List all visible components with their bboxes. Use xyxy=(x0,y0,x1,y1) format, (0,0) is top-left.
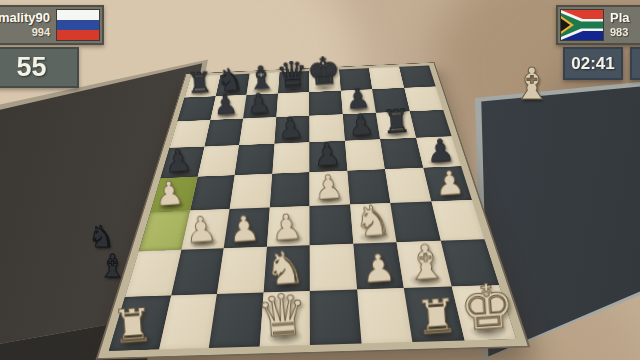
russia-flag-stripes xyxy=(57,10,99,40)
square-f3[interactable]: ♞ xyxy=(350,203,397,244)
piece-black-queen-d8[interactable]: ♛ xyxy=(275,56,309,93)
piece-white-pawn-c3[interactable]: ♟ xyxy=(227,211,261,248)
square-g8[interactable] xyxy=(369,67,404,89)
player-name-left: mality90 xyxy=(0,10,50,25)
square-b5[interactable] xyxy=(197,145,239,176)
piece-black-pawn-c7[interactable]: ♟ xyxy=(246,89,272,118)
square-e1[interactable] xyxy=(310,290,361,345)
piece-black-rook-a8[interactable]: ♜ xyxy=(185,67,212,97)
piece-white-pawn-e4[interactable]: ♟ xyxy=(313,171,345,206)
piece-black-king-e8[interactable]: ♚ xyxy=(305,52,341,92)
square-b6[interactable] xyxy=(204,118,243,146)
square-f2[interactable]: ♟ xyxy=(353,242,404,289)
piece-black-pawn-e5[interactable]: ♟ xyxy=(312,139,342,171)
player-rating-right: 983 xyxy=(610,26,628,38)
piece-white-rook-g1[interactable]: ♜ xyxy=(414,292,459,342)
piece-black-pawn-b7[interactable]: ♟ xyxy=(213,91,239,120)
piece-white-king-h1[interactable]: ♚ xyxy=(458,275,518,341)
square-g2[interactable]: ♝ xyxy=(397,241,452,288)
piece-white-queen-d1[interactable]: ♛ xyxy=(255,285,310,346)
square-b3[interactable]: ♟ xyxy=(181,209,230,250)
clock-right: 02:41 xyxy=(563,47,623,80)
square-e8[interactable]: ♚ xyxy=(309,70,341,93)
russia-flag-icon xyxy=(56,9,100,41)
piece-white-pawn-b3[interactable]: ♟ xyxy=(184,212,218,249)
square-c5[interactable] xyxy=(235,144,275,175)
square-e2[interactable] xyxy=(310,244,357,291)
piece-white-knight-f3[interactable]: ♞ xyxy=(353,199,394,244)
square-f5[interactable] xyxy=(345,139,385,170)
south-africa-flag-icon xyxy=(560,9,604,41)
square-b7[interactable]: ♟ xyxy=(210,95,246,120)
square-f6[interactable]: ♟ xyxy=(342,113,380,141)
player-rating-left: 994 xyxy=(32,26,50,38)
piece-black-pawn-d6[interactable]: ♟ xyxy=(277,113,305,143)
square-e7[interactable] xyxy=(309,91,342,116)
square-d4[interactable] xyxy=(269,172,309,208)
piece-white-rook-a1[interactable]: ♜ xyxy=(110,301,154,350)
square-h1[interactable]: ♚ xyxy=(451,285,516,340)
square-d5[interactable] xyxy=(272,142,309,173)
square-h4[interactable]: ♟ xyxy=(423,166,472,202)
board-scene: ♜♞♝♛♚♟♟♟♟♟♜♟♟♟♟♟♟♟♟♟♞♞♟♝♜♛♜♚ xyxy=(52,0,525,360)
square-a4[interactable]: ♟ xyxy=(150,176,197,212)
piece-white-pawn-a4[interactable]: ♟ xyxy=(153,177,184,211)
square-g1[interactable]: ♜ xyxy=(404,287,464,342)
piece-black-pawn-h5[interactable]: ♟ xyxy=(426,134,456,167)
captured-white-bishop: ♝ xyxy=(512,62,551,106)
square-h8[interactable] xyxy=(399,65,436,87)
square-e3[interactable] xyxy=(310,205,353,246)
piece-black-pawn-f6[interactable]: ♟ xyxy=(347,109,375,140)
piece-white-pawn-f2[interactable]: ♟ xyxy=(360,248,397,289)
square-c7[interactable]: ♟ xyxy=(243,93,278,118)
square-f1[interactable] xyxy=(357,288,413,343)
piece-black-pawn-a5[interactable]: ♟ xyxy=(163,145,192,177)
square-g6[interactable]: ♜ xyxy=(376,111,416,139)
piece-white-bishop-g2[interactable]: ♝ xyxy=(403,237,449,287)
piece-white-pawn-h4[interactable]: ♟ xyxy=(434,166,466,201)
square-d1[interactable]: ♛ xyxy=(259,291,310,346)
square-d6[interactable]: ♟ xyxy=(274,116,309,144)
game-screen: ♜♞♝♛♚♟♟♟♟♟♜♟♟♟♟♟♟♟♟♟♞♞♟♝♜♛♜♚ ♞♝♝ mality9… xyxy=(0,0,640,360)
clock-left: 55 xyxy=(0,47,79,88)
player-panel-left: mality90 994 xyxy=(0,5,104,45)
square-b2[interactable] xyxy=(171,248,224,295)
player-name-right: Pla xyxy=(610,10,630,25)
chess-board[interactable]: ♜♞♝♛♚♟♟♟♟♟♜♟♟♟♟♟♟♟♟♟♞♞♟♝♜♛♜♚ xyxy=(98,63,528,358)
captured-black-bishop: ♝ xyxy=(98,250,127,282)
square-b4[interactable] xyxy=(190,175,235,211)
square-e4[interactable]: ♟ xyxy=(309,171,349,207)
player-panel-right: Pla 983 xyxy=(556,5,640,45)
square-d8[interactable]: ♛ xyxy=(278,71,309,94)
clock-fragment xyxy=(630,47,640,80)
square-c6[interactable] xyxy=(239,117,276,145)
piece-black-rook-g6[interactable]: ♜ xyxy=(381,104,412,138)
square-c4[interactable] xyxy=(229,174,271,210)
